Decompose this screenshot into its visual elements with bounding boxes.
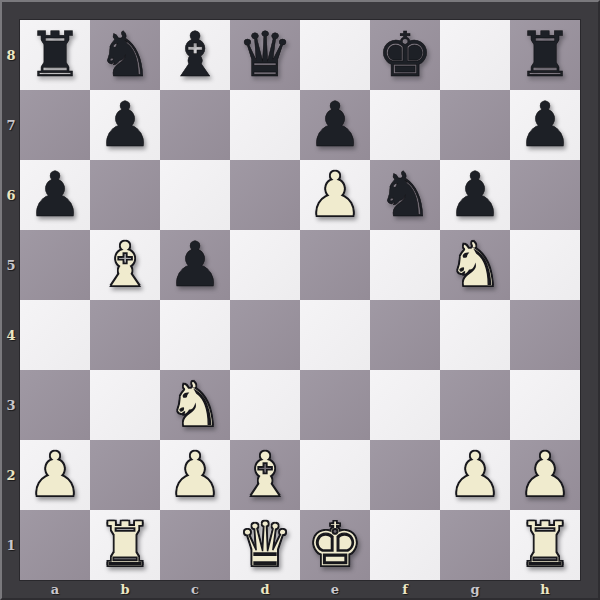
file-label-c: c <box>160 580 230 598</box>
black-rook-a8[interactable]: ♜ <box>27 20 83 90</box>
rank-labels: 87654321 <box>2 20 20 580</box>
white-king-e1[interactable]: ♚ <box>307 510 363 580</box>
square-f6[interactable]: ♞ <box>370 160 440 230</box>
white-knight-g5[interactable]: ♞ <box>447 230 503 300</box>
square-a1[interactable] <box>20 510 90 580</box>
board: ♜♞♝♛♚♜♟♟♟♟♟♞♟♝♟♞♞♟♟♝♟♟♜♛♚♜ <box>20 20 580 580</box>
square-e2[interactable] <box>300 440 370 510</box>
square-d3[interactable] <box>230 370 300 440</box>
square-h2[interactable]: ♟ <box>510 440 580 510</box>
square-f1[interactable] <box>370 510 440 580</box>
square-g6[interactable]: ♟ <box>440 160 510 230</box>
square-c2[interactable]: ♟ <box>160 440 230 510</box>
white-bishop-d2[interactable]: ♝ <box>237 440 293 510</box>
rank-label-2: 2 <box>2 440 20 510</box>
white-bishop-b5[interactable]: ♝ <box>97 230 153 300</box>
rank-label-5: 5 <box>2 230 20 300</box>
square-h6[interactable] <box>510 160 580 230</box>
square-d1[interactable]: ♛ <box>230 510 300 580</box>
file-label-b: b <box>90 580 160 598</box>
square-e6[interactable]: ♟ <box>300 160 370 230</box>
square-f2[interactable] <box>370 440 440 510</box>
square-h7[interactable]: ♟ <box>510 90 580 160</box>
square-d2[interactable]: ♝ <box>230 440 300 510</box>
square-e5[interactable] <box>300 230 370 300</box>
square-b3[interactable] <box>90 370 160 440</box>
square-e1[interactable]: ♚ <box>300 510 370 580</box>
square-b4[interactable] <box>90 300 160 370</box>
white-pawn-e6[interactable]: ♟ <box>307 160 363 230</box>
square-g2[interactable]: ♟ <box>440 440 510 510</box>
square-c5[interactable]: ♟ <box>160 230 230 300</box>
square-h1[interactable]: ♜ <box>510 510 580 580</box>
black-pawn-a6[interactable]: ♟ <box>27 160 83 230</box>
black-rook-h8[interactable]: ♜ <box>517 20 573 90</box>
black-queen-d8[interactable]: ♛ <box>237 20 293 90</box>
black-bishop-c8[interactable]: ♝ <box>167 20 223 90</box>
black-pawn-b7[interactable]: ♟ <box>97 90 153 160</box>
square-c7[interactable] <box>160 90 230 160</box>
square-a2[interactable]: ♟ <box>20 440 90 510</box>
rank-label-1: 1 <box>2 510 20 580</box>
square-g8[interactable] <box>440 20 510 90</box>
square-b1[interactable]: ♜ <box>90 510 160 580</box>
rank-label-3: 3 <box>2 370 20 440</box>
file-labels: abcdefgh <box>20 580 580 598</box>
square-b2[interactable] <box>90 440 160 510</box>
square-b7[interactable]: ♟ <box>90 90 160 160</box>
square-a7[interactable] <box>20 90 90 160</box>
square-b6[interactable] <box>90 160 160 230</box>
white-rook-h1[interactable]: ♜ <box>517 510 573 580</box>
square-f8[interactable]: ♚ <box>370 20 440 90</box>
square-c3[interactable]: ♞ <box>160 370 230 440</box>
square-c1[interactable] <box>160 510 230 580</box>
square-h3[interactable] <box>510 370 580 440</box>
square-a3[interactable] <box>20 370 90 440</box>
file-label-h: h <box>510 580 580 598</box>
white-pawn-c2[interactable]: ♟ <box>167 440 223 510</box>
white-knight-c3[interactable]: ♞ <box>167 370 223 440</box>
square-d6[interactable] <box>230 160 300 230</box>
file-label-e: e <box>300 580 370 598</box>
square-g1[interactable] <box>440 510 510 580</box>
black-pawn-g6[interactable]: ♟ <box>447 160 503 230</box>
black-king-f8[interactable]: ♚ <box>377 20 433 90</box>
rank-label-7: 7 <box>2 90 20 160</box>
black-knight-b8[interactable]: ♞ <box>97 20 153 90</box>
square-g4[interactable] <box>440 300 510 370</box>
square-e8[interactable] <box>300 20 370 90</box>
square-e7[interactable]: ♟ <box>300 90 370 160</box>
square-h8[interactable]: ♜ <box>510 20 580 90</box>
square-h4[interactable] <box>510 300 580 370</box>
square-d4[interactable] <box>230 300 300 370</box>
square-a4[interactable] <box>20 300 90 370</box>
square-g5[interactable]: ♞ <box>440 230 510 300</box>
square-f5[interactable] <box>370 230 440 300</box>
square-c8[interactable]: ♝ <box>160 20 230 90</box>
square-d5[interactable] <box>230 230 300 300</box>
square-a8[interactable]: ♜ <box>20 20 90 90</box>
square-c6[interactable] <box>160 160 230 230</box>
rank-label-6: 6 <box>2 160 20 230</box>
square-g7[interactable] <box>440 90 510 160</box>
black-pawn-e7[interactable]: ♟ <box>307 90 363 160</box>
rank-label-4: 4 <box>2 300 20 370</box>
black-pawn-c5[interactable]: ♟ <box>167 230 223 300</box>
rank-label-8: 8 <box>2 20 20 90</box>
file-label-f: f <box>370 580 440 598</box>
square-g3[interactable] <box>440 370 510 440</box>
white-rook-b1[interactable]: ♜ <box>97 510 153 580</box>
file-label-g: g <box>440 580 510 598</box>
file-label-d: d <box>230 580 300 598</box>
square-b5[interactable]: ♝ <box>90 230 160 300</box>
white-pawn-h2[interactable]: ♟ <box>517 440 573 510</box>
white-pawn-a2[interactable]: ♟ <box>27 440 83 510</box>
square-d8[interactable]: ♛ <box>230 20 300 90</box>
square-b8[interactable]: ♞ <box>90 20 160 90</box>
square-c4[interactable] <box>160 300 230 370</box>
square-a5[interactable] <box>20 230 90 300</box>
square-h5[interactable] <box>510 230 580 300</box>
black-pawn-h7[interactable]: ♟ <box>517 90 573 160</box>
board-frame: ♜♞♝♛♚♜♟♟♟♟♟♞♟♝♟♞♞♟♟♝♟♟♜♛♚♜ 87654321 abcd… <box>0 0 600 600</box>
black-knight-f6[interactable]: ♞ <box>377 160 433 230</box>
white-queen-d1[interactable]: ♛ <box>237 510 293 580</box>
square-a6[interactable]: ♟ <box>20 160 90 230</box>
file-label-a: a <box>20 580 90 598</box>
square-f3[interactable] <box>370 370 440 440</box>
square-e4[interactable] <box>300 300 370 370</box>
square-f7[interactable] <box>370 90 440 160</box>
white-pawn-g2[interactable]: ♟ <box>447 440 503 510</box>
square-e3[interactable] <box>300 370 370 440</box>
square-f4[interactable] <box>370 300 440 370</box>
square-d7[interactable] <box>230 90 300 160</box>
